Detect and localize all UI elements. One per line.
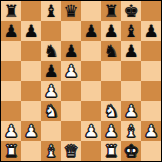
piece-white-pawn[interactable]: ♟ [43,81,58,101]
square-h6[interactable] [141,41,161,61]
piece-black-bishop[interactable]: ♝ [43,1,58,21]
piece-black-pawn[interactable]: ♟ [63,41,78,61]
piece-black-knight[interactable]: ♞ [103,41,118,61]
piece-black-bishop[interactable]: ♝ [123,21,138,41]
piece-black-pawn[interactable]: ♟ [103,21,118,41]
square-d4[interactable] [61,81,81,101]
square-c5[interactable]: ♟ [41,61,61,81]
square-g4[interactable] [121,81,141,101]
square-d6[interactable]: ♟ [61,41,81,61]
square-g6[interactable]: ♟ [121,41,141,61]
square-a2[interactable]: ♟ [1,121,21,141]
piece-black-knight[interactable]: ♞ [43,41,58,61]
square-e4[interactable] [81,81,101,101]
square-a8[interactable]: ♜ [1,1,21,21]
piece-white-pawn[interactable]: ♟ [143,121,158,141]
square-c8[interactable]: ♝ [41,1,61,21]
square-f2[interactable]: ♟ [101,121,121,141]
piece-black-pawn[interactable]: ♟ [3,21,18,41]
square-f8[interactable]: ♜ [101,1,121,21]
square-h3[interactable] [141,101,161,121]
piece-black-king[interactable]: ♚ [123,1,138,21]
square-f7[interactable]: ♟ [101,21,121,41]
square-b4[interactable] [21,81,41,101]
square-g1[interactable]: ♚ [121,141,141,161]
square-c6[interactable]: ♞ [41,41,61,61]
piece-black-pawn[interactable]: ♟ [23,21,38,41]
square-d7[interactable] [61,21,81,41]
square-e8[interactable] [81,1,101,21]
square-c4[interactable]: ♟ [41,81,61,101]
piece-black-pawn[interactable]: ♟ [143,21,158,41]
square-e3[interactable] [81,101,101,121]
square-h8[interactable] [141,1,161,21]
square-a4[interactable] [1,81,21,101]
square-c7[interactable] [41,21,61,41]
square-a7[interactable]: ♟ [1,21,21,41]
square-a1[interactable]: ♜ [1,141,21,161]
square-h7[interactable]: ♟ [141,21,161,41]
square-d2[interactable] [61,121,81,141]
piece-white-queen[interactable]: ♛ [63,141,78,161]
square-g5[interactable] [121,61,141,81]
piece-white-pawn[interactable]: ♟ [63,61,78,81]
piece-black-rook[interactable]: ♜ [103,1,118,21]
piece-black-rook[interactable]: ♜ [3,1,18,21]
piece-white-pawn[interactable]: ♟ [23,121,38,141]
piece-white-pawn[interactable]: ♟ [83,121,98,141]
square-e7[interactable]: ♟ [81,21,101,41]
square-g2[interactable]: ♝ [121,121,141,141]
square-b3[interactable] [21,101,41,121]
piece-white-knight[interactable]: ♞ [103,101,118,121]
square-f6[interactable]: ♞ [101,41,121,61]
square-f5[interactable] [101,61,121,81]
piece-black-queen[interactable]: ♛ [63,1,78,21]
square-b7[interactable]: ♟ [21,21,41,41]
square-a3[interactable] [1,101,21,121]
square-f4[interactable] [101,81,121,101]
piece-white-pawn[interactable]: ♟ [123,101,138,121]
piece-white-pawn[interactable]: ♟ [3,121,18,141]
chess-board: ♜♝♛♜♚♟♟♟♟♝♟♞♟♞♟♟♟♟♞♞♟♟♟♟♟♝♟♜♝♛♜♚ [0,0,162,162]
square-h1[interactable] [141,141,161,161]
square-d3[interactable] [61,101,81,121]
piece-white-bishop[interactable]: ♝ [43,141,58,161]
square-b5[interactable] [21,61,41,81]
piece-black-pawn[interactable]: ♟ [123,41,138,61]
square-b8[interactable] [21,1,41,21]
piece-white-king[interactable]: ♚ [123,141,138,161]
square-h5[interactable] [141,61,161,81]
square-f3[interactable]: ♞ [101,101,121,121]
square-c1[interactable]: ♝ [41,141,61,161]
square-e2[interactable]: ♟ [81,121,101,141]
square-h4[interactable] [141,81,161,101]
square-b6[interactable] [21,41,41,61]
square-e6[interactable] [81,41,101,61]
piece-white-knight[interactable]: ♞ [43,101,58,121]
square-f1[interactable]: ♜ [101,141,121,161]
piece-black-pawn[interactable]: ♟ [43,61,58,81]
piece-white-pawn[interactable]: ♟ [103,121,118,141]
piece-black-pawn[interactable]: ♟ [83,21,98,41]
square-d5[interactable]: ♟ [61,61,81,81]
square-c2[interactable] [41,121,61,141]
square-d8[interactable]: ♛ [61,1,81,21]
piece-white-bishop[interactable]: ♝ [123,121,138,141]
square-c3[interactable]: ♞ [41,101,61,121]
piece-white-rook[interactable]: ♜ [3,141,18,161]
square-a5[interactable] [1,61,21,81]
chess-board-grid: ♜♝♛♜♚♟♟♟♟♝♟♞♟♞♟♟♟♟♞♞♟♟♟♟♟♝♟♜♝♛♜♚ [1,1,161,161]
square-e5[interactable] [81,61,101,81]
piece-white-rook[interactable]: ♜ [103,141,118,161]
square-h2[interactable]: ♟ [141,121,161,141]
square-b1[interactable] [21,141,41,161]
square-g8[interactable]: ♚ [121,1,141,21]
square-b2[interactable]: ♟ [21,121,41,141]
square-a6[interactable] [1,41,21,61]
square-e1[interactable] [81,141,101,161]
square-g7[interactable]: ♝ [121,21,141,41]
square-d1[interactable]: ♛ [61,141,81,161]
square-g3[interactable]: ♟ [121,101,141,121]
